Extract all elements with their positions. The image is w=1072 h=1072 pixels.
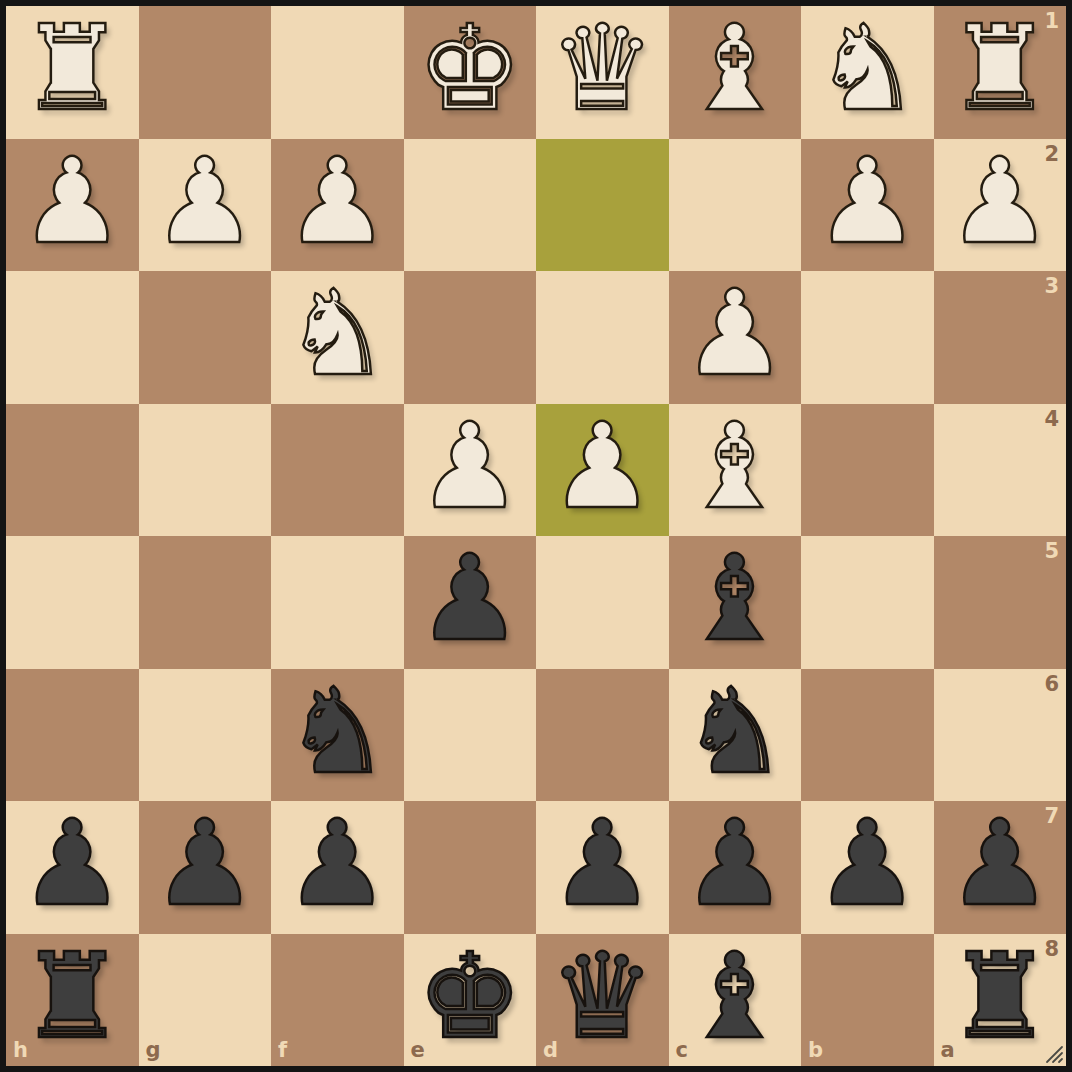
black-queen[interactable]: ♛ bbox=[549, 937, 655, 1055]
square-c2[interactable] bbox=[669, 139, 802, 272]
rank-label-2: 2 bbox=[1044, 144, 1059, 165]
square-d3[interactable] bbox=[536, 271, 669, 404]
square-d8[interactable]: ♛d bbox=[536, 934, 669, 1067]
black-pawn[interactable]: ♟ bbox=[549, 804, 655, 922]
square-f5[interactable] bbox=[271, 536, 404, 669]
black-bishop[interactable]: ♝ bbox=[682, 539, 788, 657]
square-h3[interactable] bbox=[6, 271, 139, 404]
white-pawn[interactable]: ♟ bbox=[682, 274, 788, 392]
white-queen[interactable]: ♛ bbox=[549, 9, 655, 127]
square-e1[interactable]: ♚ bbox=[404, 6, 537, 139]
square-a2[interactable]: ♟2 bbox=[934, 139, 1067, 272]
square-c5[interactable]: ♝ bbox=[669, 536, 802, 669]
rank-label-8: 8 bbox=[1044, 939, 1059, 960]
file-label-a: a bbox=[941, 1040, 955, 1061]
square-a4[interactable]: 4 bbox=[934, 404, 1067, 537]
square-h2[interactable]: ♟ bbox=[6, 139, 139, 272]
file-label-g: g bbox=[146, 1040, 161, 1061]
square-f6[interactable]: ♞ bbox=[271, 669, 404, 802]
square-g2[interactable]: ♟ bbox=[139, 139, 272, 272]
file-label-f: f bbox=[278, 1040, 287, 1061]
rank-label-6: 6 bbox=[1044, 674, 1059, 695]
white-pawn[interactable]: ♟ bbox=[284, 142, 390, 260]
black-pawn[interactable]: ♟ bbox=[417, 539, 523, 657]
black-pawn[interactable]: ♟ bbox=[947, 804, 1053, 922]
square-c3[interactable]: ♟ bbox=[669, 271, 802, 404]
square-f8[interactable]: f bbox=[271, 934, 404, 1067]
black-pawn[interactable]: ♟ bbox=[682, 804, 788, 922]
square-e5[interactable]: ♟ bbox=[404, 536, 537, 669]
square-b2[interactable]: ♟ bbox=[801, 139, 934, 272]
white-pawn[interactable]: ♟ bbox=[549, 407, 655, 525]
square-c6[interactable]: ♞ bbox=[669, 669, 802, 802]
square-d2[interactable] bbox=[536, 139, 669, 272]
white-bishop[interactable]: ♝ bbox=[682, 407, 788, 525]
rank-label-3: 3 bbox=[1044, 276, 1059, 297]
square-f2[interactable]: ♟ bbox=[271, 139, 404, 272]
square-e3[interactable] bbox=[404, 271, 537, 404]
white-knight[interactable]: ♞ bbox=[814, 9, 920, 127]
white-pawn[interactable]: ♟ bbox=[814, 142, 920, 260]
black-rook[interactable]: ♜ bbox=[19, 937, 125, 1055]
square-h6[interactable] bbox=[6, 669, 139, 802]
square-g3[interactable] bbox=[139, 271, 272, 404]
square-a7[interactable]: ♟7 bbox=[934, 801, 1067, 934]
white-pawn[interactable]: ♟ bbox=[947, 142, 1053, 260]
square-b4[interactable] bbox=[801, 404, 934, 537]
square-a5[interactable]: 5 bbox=[934, 536, 1067, 669]
square-c8[interactable]: ♝c bbox=[669, 934, 802, 1067]
square-b1[interactable]: ♞ bbox=[801, 6, 934, 139]
square-d5[interactable] bbox=[536, 536, 669, 669]
square-f7[interactable]: ♟ bbox=[271, 801, 404, 934]
square-e7[interactable] bbox=[404, 801, 537, 934]
square-d6[interactable] bbox=[536, 669, 669, 802]
square-a3[interactable]: 3 bbox=[934, 271, 1067, 404]
square-e4[interactable]: ♟ bbox=[404, 404, 537, 537]
square-e8[interactable]: ♚e bbox=[404, 934, 537, 1067]
black-knight[interactable]: ♞ bbox=[284, 672, 390, 790]
file-label-h: h bbox=[13, 1040, 28, 1061]
rank-label-4: 4 bbox=[1044, 409, 1059, 430]
square-b3[interactable] bbox=[801, 271, 934, 404]
square-f1[interactable] bbox=[271, 6, 404, 139]
square-f4[interactable] bbox=[271, 404, 404, 537]
square-g1[interactable] bbox=[139, 6, 272, 139]
black-rook[interactable]: ♜ bbox=[947, 937, 1053, 1055]
square-h1[interactable]: ♜ bbox=[6, 6, 139, 139]
white-rook[interactable]: ♜ bbox=[19, 9, 125, 127]
chess-board: ♜♚♛♝♞♜1♟♟♟♟♟2♞♟3♟♟♝4♟♝5♞♞6♟♟♟♟♟♟♟7♜hgf♚e… bbox=[6, 6, 1066, 1066]
square-a1[interactable]: ♜1 bbox=[934, 6, 1067, 139]
square-g5[interactable] bbox=[139, 536, 272, 669]
board-frame: ♜♚♛♝♞♜1♟♟♟♟♟2♞♟3♟♟♝4♟♝5♞♞6♟♟♟♟♟♟♟7♜hgf♚e… bbox=[0, 0, 1072, 1072]
resize-handle-icon[interactable] bbox=[1042, 1042, 1064, 1064]
white-king[interactable]: ♚ bbox=[417, 9, 523, 127]
square-c7[interactable]: ♟ bbox=[669, 801, 802, 934]
square-d1[interactable]: ♛ bbox=[536, 6, 669, 139]
square-h8[interactable]: ♜h bbox=[6, 934, 139, 1067]
black-bishop[interactable]: ♝ bbox=[682, 937, 788, 1055]
square-d4[interactable]: ♟ bbox=[536, 404, 669, 537]
white-pawn[interactable]: ♟ bbox=[417, 407, 523, 525]
black-king[interactable]: ♚ bbox=[417, 937, 523, 1055]
rank-label-7: 7 bbox=[1044, 806, 1059, 827]
square-c1[interactable]: ♝ bbox=[669, 6, 802, 139]
square-h7[interactable]: ♟ bbox=[6, 801, 139, 934]
file-label-d: d bbox=[543, 1040, 558, 1061]
white-bishop[interactable]: ♝ bbox=[682, 9, 788, 127]
white-pawn[interactable]: ♟ bbox=[152, 142, 258, 260]
rank-label-5: 5 bbox=[1044, 541, 1059, 562]
black-pawn[interactable]: ♟ bbox=[19, 804, 125, 922]
square-b5[interactable] bbox=[801, 536, 934, 669]
square-h5[interactable] bbox=[6, 536, 139, 669]
square-g4[interactable] bbox=[139, 404, 272, 537]
file-label-c: c bbox=[676, 1040, 688, 1061]
square-e6[interactable] bbox=[404, 669, 537, 802]
black-knight[interactable]: ♞ bbox=[682, 672, 788, 790]
black-pawn[interactable]: ♟ bbox=[284, 804, 390, 922]
file-label-e: e bbox=[411, 1040, 425, 1061]
square-c4[interactable]: ♝ bbox=[669, 404, 802, 537]
white-knight[interactable]: ♞ bbox=[284, 274, 390, 392]
file-label-b: b bbox=[808, 1040, 823, 1061]
black-pawn[interactable]: ♟ bbox=[152, 804, 258, 922]
square-g8[interactable]: g bbox=[139, 934, 272, 1067]
square-a6[interactable]: 6 bbox=[934, 669, 1067, 802]
black-pawn[interactable]: ♟ bbox=[814, 804, 920, 922]
square-e2[interactable] bbox=[404, 139, 537, 272]
square-b7[interactable]: ♟ bbox=[801, 801, 934, 934]
square-f3[interactable]: ♞ bbox=[271, 271, 404, 404]
white-pawn[interactable]: ♟ bbox=[19, 142, 125, 260]
white-rook[interactable]: ♜ bbox=[947, 9, 1053, 127]
rank-label-1: 1 bbox=[1044, 11, 1059, 32]
square-d7[interactable]: ♟ bbox=[536, 801, 669, 934]
square-b8[interactable]: b bbox=[801, 934, 934, 1067]
square-g6[interactable] bbox=[139, 669, 272, 802]
square-h4[interactable] bbox=[6, 404, 139, 537]
square-g7[interactable]: ♟ bbox=[139, 801, 272, 934]
square-b6[interactable] bbox=[801, 669, 934, 802]
